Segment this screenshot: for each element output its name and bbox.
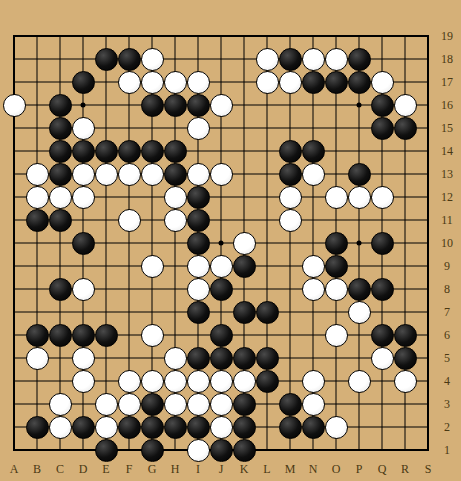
intersection-J9[interactable] [210,255,233,278]
intersection-H12[interactable] [164,186,187,209]
intersection-E19[interactable] [95,25,118,48]
intersection-P15[interactable] [348,117,371,140]
intersection-O11[interactable] [325,209,348,232]
intersection-P7[interactable] [348,301,371,324]
intersection-K15[interactable] [233,117,256,140]
intersection-B8[interactable] [26,278,49,301]
intersection-D11[interactable] [72,209,95,232]
intersection-R3[interactable] [394,393,417,416]
intersection-C2[interactable] [49,416,72,439]
intersection-O10[interactable] [325,232,348,255]
intersection-O12[interactable] [325,186,348,209]
intersection-G15[interactable] [141,117,164,140]
intersection-J7[interactable] [210,301,233,324]
intersection-P5[interactable] [348,347,371,370]
intersection-E14[interactable] [95,140,118,163]
intersection-E2[interactable] [95,416,118,439]
intersection-H4[interactable] [164,370,187,393]
intersection-N7[interactable] [302,301,325,324]
intersection-J5[interactable] [210,347,233,370]
intersection-L18[interactable] [256,48,279,71]
intersection-L17[interactable] [256,71,279,94]
intersection-P10[interactable] [348,232,371,255]
intersection-F16[interactable] [118,94,141,117]
intersection-G3[interactable] [141,393,164,416]
intersection-Q6[interactable] [371,324,394,347]
intersection-O15[interactable] [325,117,348,140]
intersection-Q13[interactable] [371,163,394,186]
intersection-B11[interactable] [26,209,49,232]
intersection-N15[interactable] [302,117,325,140]
intersection-B18[interactable] [26,48,49,71]
intersection-I15[interactable] [187,117,210,140]
intersection-B12[interactable] [26,186,49,209]
intersection-D3[interactable] [72,393,95,416]
intersection-N12[interactable] [302,186,325,209]
intersection-F14[interactable] [118,140,141,163]
intersection-I3[interactable] [187,393,210,416]
intersection-E17[interactable] [95,71,118,94]
intersection-I14[interactable] [187,140,210,163]
intersection-H2[interactable] [164,416,187,439]
intersection-L5[interactable] [256,347,279,370]
intersection-H17[interactable] [164,71,187,94]
intersection-H13[interactable] [164,163,187,186]
intersection-Q14[interactable] [371,140,394,163]
intersection-M15[interactable] [279,117,302,140]
intersection-Q15[interactable] [371,117,394,140]
intersection-B15[interactable] [26,117,49,140]
intersection-J14[interactable] [210,140,233,163]
intersection-K3[interactable] [233,393,256,416]
intersection-D15[interactable] [72,117,95,140]
intersection-M5[interactable] [279,347,302,370]
intersection-L15[interactable] [256,117,279,140]
intersection-I12[interactable] [187,186,210,209]
intersection-L9[interactable] [256,255,279,278]
intersection-H14[interactable] [164,140,187,163]
intersection-H15[interactable] [164,117,187,140]
intersection-E9[interactable] [95,255,118,278]
intersection-E13[interactable] [95,163,118,186]
intersection-M10[interactable] [279,232,302,255]
intersection-E5[interactable] [95,347,118,370]
intersection-C15[interactable] [49,117,72,140]
intersection-G14[interactable] [141,140,164,163]
intersection-M3[interactable] [279,393,302,416]
intersection-R12[interactable] [394,186,417,209]
intersection-K6[interactable] [233,324,256,347]
intersection-M6[interactable] [279,324,302,347]
intersection-H7[interactable] [164,301,187,324]
intersection-M2[interactable] [279,416,302,439]
intersection-C7[interactable] [49,301,72,324]
intersection-P8[interactable] [348,278,371,301]
intersection-A1[interactable] [3,439,26,462]
intersection-P11[interactable] [348,209,371,232]
intersection-Q11[interactable] [371,209,394,232]
intersection-H19[interactable] [164,25,187,48]
intersection-P6[interactable] [348,324,371,347]
intersection-L14[interactable] [256,140,279,163]
intersection-G6[interactable] [141,324,164,347]
intersection-P13[interactable] [348,163,371,186]
intersection-D7[interactable] [72,301,95,324]
intersection-I8[interactable] [187,278,210,301]
intersection-D5[interactable] [72,347,95,370]
intersection-Q7[interactable] [371,301,394,324]
intersection-R17[interactable] [394,71,417,94]
intersection-C3[interactable] [49,393,72,416]
intersection-A3[interactable] [3,393,26,416]
intersection-E3[interactable] [95,393,118,416]
intersection-J16[interactable] [210,94,233,117]
intersection-I4[interactable] [187,370,210,393]
intersection-N2[interactable] [302,416,325,439]
intersection-R18[interactable] [394,48,417,71]
intersection-J13[interactable] [210,163,233,186]
intersection-E10[interactable] [95,232,118,255]
intersection-M9[interactable] [279,255,302,278]
intersection-G17[interactable] [141,71,164,94]
intersection-J19[interactable] [210,25,233,48]
intersection-G18[interactable] [141,48,164,71]
intersection-A13[interactable] [3,163,26,186]
intersection-D12[interactable] [72,186,95,209]
intersection-C11[interactable] [49,209,72,232]
intersection-B2[interactable] [26,416,49,439]
intersection-I2[interactable] [187,416,210,439]
intersection-D9[interactable] [72,255,95,278]
intersection-F12[interactable] [118,186,141,209]
intersection-B9[interactable] [26,255,49,278]
intersection-K19[interactable] [233,25,256,48]
intersection-P14[interactable] [348,140,371,163]
intersection-M8[interactable] [279,278,302,301]
intersection-B1[interactable] [26,439,49,462]
intersection-B4[interactable] [26,370,49,393]
intersection-C10[interactable] [49,232,72,255]
intersection-O18[interactable] [325,48,348,71]
intersection-N16[interactable] [302,94,325,117]
intersection-E4[interactable] [95,370,118,393]
intersection-I5[interactable] [187,347,210,370]
intersection-L8[interactable] [256,278,279,301]
intersection-P4[interactable] [348,370,371,393]
intersection-F1[interactable] [118,439,141,462]
intersection-E18[interactable] [95,48,118,71]
intersection-G7[interactable] [141,301,164,324]
intersection-J2[interactable] [210,416,233,439]
intersection-A15[interactable] [3,117,26,140]
intersection-M16[interactable] [279,94,302,117]
intersection-A2[interactable] [3,416,26,439]
intersection-O1[interactable] [325,439,348,462]
intersection-J1[interactable] [210,439,233,462]
intersection-A5[interactable] [3,347,26,370]
intersection-N5[interactable] [302,347,325,370]
intersection-N17[interactable] [302,71,325,94]
intersection-R11[interactable] [394,209,417,232]
intersection-C6[interactable] [49,324,72,347]
intersection-G12[interactable] [141,186,164,209]
intersection-P1[interactable] [348,439,371,462]
intersection-D17[interactable] [72,71,95,94]
intersection-N19[interactable] [302,25,325,48]
intersection-L3[interactable] [256,393,279,416]
intersection-O2[interactable] [325,416,348,439]
intersection-F17[interactable] [118,71,141,94]
intersection-R13[interactable] [394,163,417,186]
intersection-O6[interactable] [325,324,348,347]
intersection-M7[interactable] [279,301,302,324]
intersection-K1[interactable] [233,439,256,462]
intersection-G13[interactable] [141,163,164,186]
intersection-Q18[interactable] [371,48,394,71]
intersection-O7[interactable] [325,301,348,324]
intersection-K7[interactable] [233,301,256,324]
intersection-C12[interactable] [49,186,72,209]
intersection-M14[interactable] [279,140,302,163]
intersection-K2[interactable] [233,416,256,439]
intersection-G10[interactable] [141,232,164,255]
intersection-P19[interactable] [348,25,371,48]
intersection-R7[interactable] [394,301,417,324]
intersection-M12[interactable] [279,186,302,209]
intersection-I19[interactable] [187,25,210,48]
intersection-K12[interactable] [233,186,256,209]
intersection-L16[interactable] [256,94,279,117]
intersection-E8[interactable] [95,278,118,301]
intersection-O9[interactable] [325,255,348,278]
intersection-I17[interactable] [187,71,210,94]
intersection-K8[interactable] [233,278,256,301]
intersection-N9[interactable] [302,255,325,278]
intersection-A19[interactable] [3,25,26,48]
intersection-I18[interactable] [187,48,210,71]
intersection-O4[interactable] [325,370,348,393]
intersection-I10[interactable] [187,232,210,255]
intersection-Q16[interactable] [371,94,394,117]
intersection-L12[interactable] [256,186,279,209]
intersection-G9[interactable] [141,255,164,278]
intersection-G11[interactable] [141,209,164,232]
intersection-G4[interactable] [141,370,164,393]
intersection-B5[interactable] [26,347,49,370]
intersection-G16[interactable] [141,94,164,117]
intersection-P18[interactable] [348,48,371,71]
intersection-C16[interactable] [49,94,72,117]
intersection-G5[interactable] [141,347,164,370]
intersection-P9[interactable] [348,255,371,278]
intersection-L10[interactable] [256,232,279,255]
intersection-I16[interactable] [187,94,210,117]
intersection-L2[interactable] [256,416,279,439]
intersection-B17[interactable] [26,71,49,94]
intersection-R6[interactable] [394,324,417,347]
intersection-E11[interactable] [95,209,118,232]
intersection-J3[interactable] [210,393,233,416]
intersection-F5[interactable] [118,347,141,370]
intersection-H16[interactable] [164,94,187,117]
intersection-G8[interactable] [141,278,164,301]
intersection-N14[interactable] [302,140,325,163]
intersection-M18[interactable] [279,48,302,71]
intersection-C5[interactable] [49,347,72,370]
intersection-K11[interactable] [233,209,256,232]
intersection-F9[interactable] [118,255,141,278]
intersection-E1[interactable] [95,439,118,462]
intersection-R19[interactable] [394,25,417,48]
intersection-O8[interactable] [325,278,348,301]
intersection-I11[interactable] [187,209,210,232]
intersection-D16[interactable] [72,94,95,117]
intersection-B19[interactable] [26,25,49,48]
intersection-Q9[interactable] [371,255,394,278]
intersection-Q10[interactable] [371,232,394,255]
intersection-D10[interactable] [72,232,95,255]
intersection-F15[interactable] [118,117,141,140]
intersection-F13[interactable] [118,163,141,186]
intersection-A7[interactable] [3,301,26,324]
intersection-E6[interactable] [95,324,118,347]
intersection-B13[interactable] [26,163,49,186]
intersection-D18[interactable] [72,48,95,71]
intersection-D19[interactable] [72,25,95,48]
intersection-C8[interactable] [49,278,72,301]
intersection-D4[interactable] [72,370,95,393]
intersection-D1[interactable] [72,439,95,462]
intersection-L11[interactable] [256,209,279,232]
intersection-O19[interactable] [325,25,348,48]
intersection-B16[interactable] [26,94,49,117]
intersection-R1[interactable] [394,439,417,462]
intersection-B14[interactable] [26,140,49,163]
intersection-Q8[interactable] [371,278,394,301]
intersection-D2[interactable] [72,416,95,439]
intersection-Q12[interactable] [371,186,394,209]
intersection-B7[interactable] [26,301,49,324]
intersection-E16[interactable] [95,94,118,117]
intersection-D14[interactable] [72,140,95,163]
intersection-Q4[interactable] [371,370,394,393]
intersection-K9[interactable] [233,255,256,278]
intersection-L4[interactable] [256,370,279,393]
intersection-I13[interactable] [187,163,210,186]
intersection-F7[interactable] [118,301,141,324]
intersection-K14[interactable] [233,140,256,163]
intersection-E7[interactable] [95,301,118,324]
intersection-M17[interactable] [279,71,302,94]
intersection-L19[interactable] [256,25,279,48]
intersection-D6[interactable] [72,324,95,347]
intersection-A4[interactable] [3,370,26,393]
intersection-H11[interactable] [164,209,187,232]
intersection-K16[interactable] [233,94,256,117]
intersection-G19[interactable] [141,25,164,48]
intersection-R9[interactable] [394,255,417,278]
intersection-R10[interactable] [394,232,417,255]
intersection-D8[interactable] [72,278,95,301]
intersection-O14[interactable] [325,140,348,163]
intersection-C17[interactable] [49,71,72,94]
intersection-M19[interactable] [279,25,302,48]
intersection-J15[interactable] [210,117,233,140]
intersection-Q17[interactable] [371,71,394,94]
intersection-E15[interactable] [95,117,118,140]
intersection-Q1[interactable] [371,439,394,462]
intersection-B6[interactable] [26,324,49,347]
intersection-Q5[interactable] [371,347,394,370]
intersection-F3[interactable] [118,393,141,416]
intersection-A14[interactable] [3,140,26,163]
intersection-N1[interactable] [302,439,325,462]
intersection-N6[interactable] [302,324,325,347]
intersection-M13[interactable] [279,163,302,186]
intersection-N13[interactable] [302,163,325,186]
intersection-H3[interactable] [164,393,187,416]
intersection-Q2[interactable] [371,416,394,439]
intersection-P16[interactable] [348,94,371,117]
intersection-K18[interactable] [233,48,256,71]
intersection-N4[interactable] [302,370,325,393]
intersection-A18[interactable] [3,48,26,71]
intersection-E12[interactable] [95,186,118,209]
intersection-F10[interactable] [118,232,141,255]
intersection-I9[interactable] [187,255,210,278]
intersection-K5[interactable] [233,347,256,370]
intersection-P17[interactable] [348,71,371,94]
intersection-F4[interactable] [118,370,141,393]
intersection-C18[interactable] [49,48,72,71]
intersection-I1[interactable] [187,439,210,462]
intersection-I6[interactable] [187,324,210,347]
intersection-K10[interactable] [233,232,256,255]
intersection-C1[interactable] [49,439,72,462]
intersection-M1[interactable] [279,439,302,462]
intersection-G1[interactable] [141,439,164,462]
intersection-F6[interactable] [118,324,141,347]
intersection-A17[interactable] [3,71,26,94]
intersection-N8[interactable] [302,278,325,301]
intersection-R4[interactable] [394,370,417,393]
intersection-N18[interactable] [302,48,325,71]
intersection-A9[interactable] [3,255,26,278]
intersection-R14[interactable] [394,140,417,163]
intersection-H5[interactable] [164,347,187,370]
intersection-K17[interactable] [233,71,256,94]
intersection-N3[interactable] [302,393,325,416]
intersection-C19[interactable] [49,25,72,48]
intersection-H6[interactable] [164,324,187,347]
intersection-A10[interactable] [3,232,26,255]
intersection-M4[interactable] [279,370,302,393]
intersection-C9[interactable] [49,255,72,278]
intersection-O16[interactable] [325,94,348,117]
intersection-I7[interactable] [187,301,210,324]
intersection-P3[interactable] [348,393,371,416]
intersection-P2[interactable] [348,416,371,439]
intersection-Q3[interactable] [371,393,394,416]
intersection-L6[interactable] [256,324,279,347]
intersection-K4[interactable] [233,370,256,393]
intersection-C13[interactable] [49,163,72,186]
intersection-H8[interactable] [164,278,187,301]
intersection-O17[interactable] [325,71,348,94]
intersection-F11[interactable] [118,209,141,232]
intersection-G2[interactable] [141,416,164,439]
intersection-A8[interactable] [3,278,26,301]
